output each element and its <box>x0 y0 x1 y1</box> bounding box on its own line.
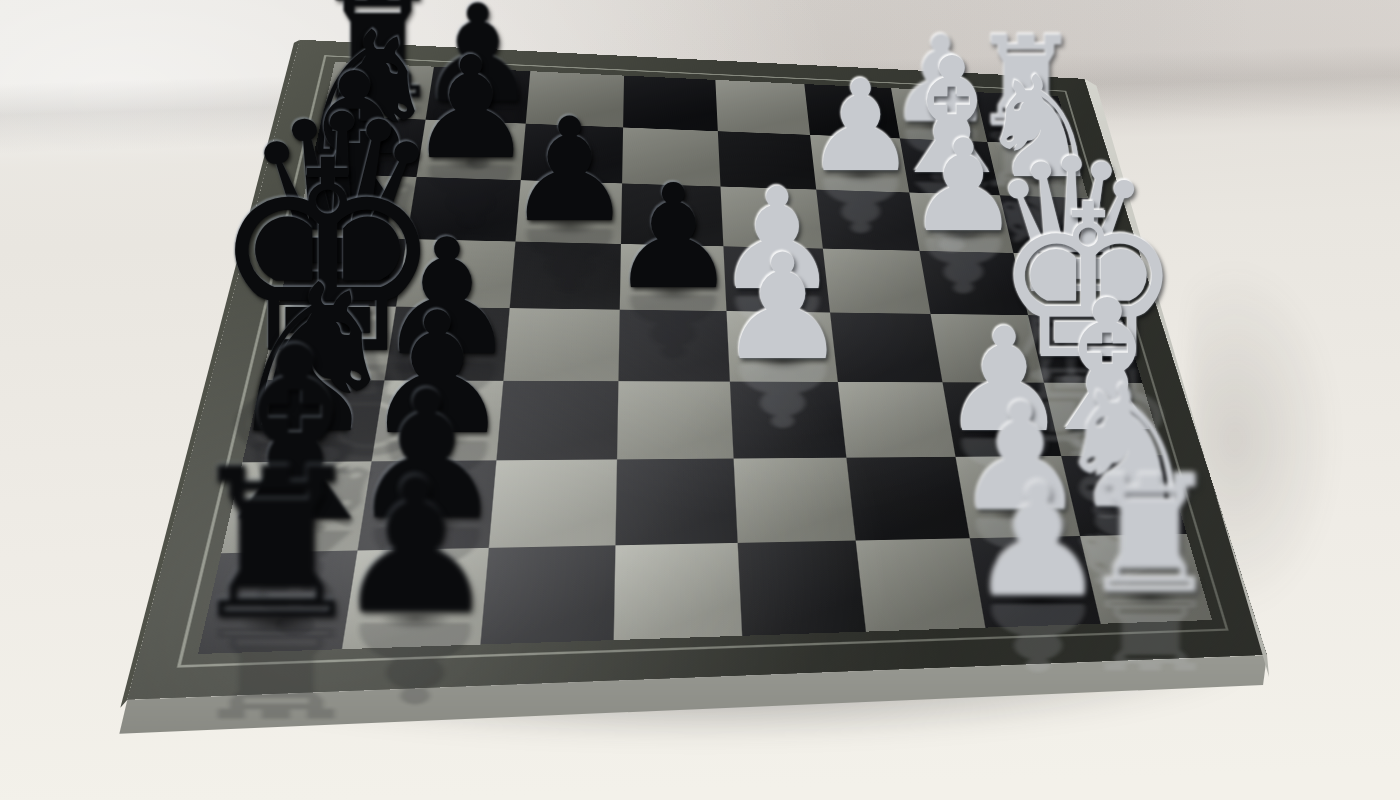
square-g6 <box>489 459 617 547</box>
square-h2 <box>970 536 1101 628</box>
square-c4 <box>720 187 822 249</box>
square-a7 <box>426 67 531 124</box>
square-d5 <box>620 244 727 311</box>
square-f2 <box>942 382 1061 457</box>
photo-scene: ♜♜♟♟♟♟♜♜♞♞♟♟♟♟♝♝♞♞♝♝♟♟♟♟♛♛♟♟♟♟♛♛♚♚♟♟♟♟♚♚… <box>0 0 1400 800</box>
square-a2 <box>891 88 987 142</box>
square-c3 <box>816 190 919 251</box>
square-a6 <box>526 71 624 127</box>
square-a3 <box>804 84 900 138</box>
square-h3 <box>856 538 986 631</box>
square-g7 <box>358 460 497 550</box>
square-g4 <box>734 458 856 543</box>
square-e3 <box>830 313 942 383</box>
square-f1 <box>1044 383 1164 456</box>
square-c8 <box>295 174 417 240</box>
square-g8 <box>221 461 371 553</box>
square-d2 <box>919 251 1028 315</box>
square-a8 <box>323 62 434 120</box>
square-b3 <box>810 135 909 193</box>
square-c5 <box>621 183 723 246</box>
square-b1 <box>987 142 1088 198</box>
square-e5 <box>618 310 729 382</box>
square-e2 <box>931 314 1044 383</box>
chess-board <box>198 62 1212 654</box>
square-a5 <box>623 76 718 132</box>
square-b7 <box>417 120 526 181</box>
square-d3 <box>823 249 931 314</box>
square-f3 <box>838 382 956 458</box>
square-b6 <box>521 124 623 184</box>
square-e7 <box>384 307 509 381</box>
square-d8 <box>279 236 407 306</box>
square-f7 <box>372 380 504 461</box>
square-g5 <box>615 459 737 546</box>
square-c6 <box>515 180 622 244</box>
square-e8 <box>261 305 396 380</box>
square-h5 <box>614 543 742 640</box>
square-f8 <box>242 380 384 462</box>
square-b4 <box>718 131 816 189</box>
square-f5 <box>617 381 734 459</box>
square-g3 <box>846 457 969 541</box>
square-g2 <box>956 456 1081 538</box>
square-h8 <box>198 550 358 654</box>
square-c2 <box>909 192 1013 252</box>
square-e4 <box>727 311 838 382</box>
square-d7 <box>396 239 515 308</box>
square-c7 <box>407 177 521 242</box>
square-b8 <box>309 116 425 177</box>
square-d4 <box>723 246 830 312</box>
square-c1 <box>1000 195 1105 255</box>
square-d6 <box>510 242 621 310</box>
square-e6 <box>503 308 619 381</box>
square-b2 <box>900 138 1000 195</box>
square-d1 <box>1013 253 1122 317</box>
square-f6 <box>496 381 618 461</box>
square-h7 <box>342 548 489 649</box>
square-h4 <box>738 541 866 636</box>
square-h6 <box>480 545 615 644</box>
square-a1 <box>976 92 1073 145</box>
square-f4 <box>730 382 846 459</box>
square-b5 <box>622 127 720 186</box>
square-a4 <box>715 80 810 135</box>
square-e1 <box>1028 315 1142 383</box>
